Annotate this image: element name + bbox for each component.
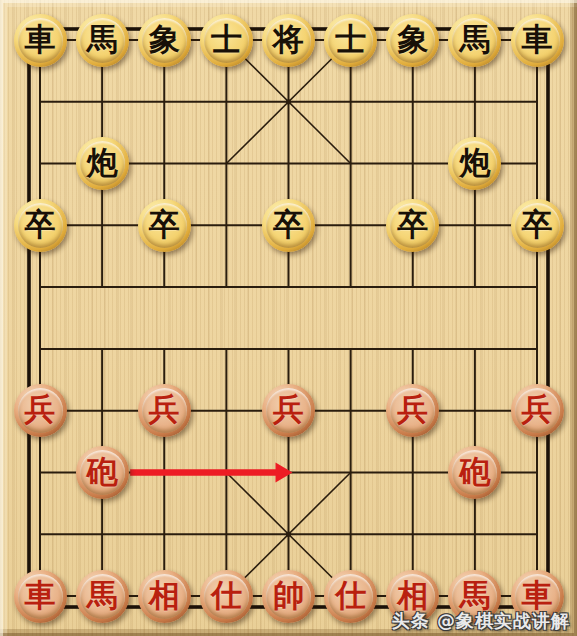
piece-character: 卒 (273, 209, 304, 240)
piece-character: 炮 (459, 147, 490, 178)
piece-character: 象 (397, 24, 428, 55)
piece-black-chariot[interactable]: 車 (511, 14, 564, 67)
piece-character: 帥 (273, 580, 304, 611)
xiangqi-board: 車馬象士将士象馬車炮炮卒卒卒卒卒兵兵兵兵兵砲砲車馬相仕帥仕相馬車 头条 @象棋实… (0, 0, 577, 636)
piece-character: 砲 (459, 456, 490, 487)
piece-face: 兵 (142, 388, 187, 433)
piece-character: 仕 (335, 580, 366, 611)
piece-black-horse[interactable]: 馬 (76, 14, 129, 67)
piece-black-soldier[interactable]: 卒 (262, 199, 315, 252)
piece-character: 炮 (87, 147, 118, 178)
piece-face: 仕 (328, 574, 373, 619)
piece-face: 仕 (204, 574, 249, 619)
piece-character: 兵 (522, 394, 553, 425)
piece-face: 車 (18, 574, 63, 619)
piece-character: 卒 (149, 209, 180, 240)
piece-red-elephant[interactable]: 相 (138, 570, 191, 623)
piece-face: 兵 (390, 388, 435, 433)
piece-face: 馬 (80, 18, 125, 63)
move-arrow (130, 462, 292, 482)
piece-red-soldier[interactable]: 兵 (511, 384, 564, 437)
piece-red-cannon[interactable]: 砲 (448, 446, 501, 499)
piece-character: 馬 (87, 580, 118, 611)
piece-red-horse[interactable]: 馬 (76, 570, 129, 623)
piece-character: 兵 (397, 394, 428, 425)
piece-character: 象 (149, 24, 180, 55)
piece-face: 卒 (18, 203, 63, 248)
piece-character: 車 (25, 580, 56, 611)
piece-red-chariot[interactable]: 車 (14, 570, 67, 623)
piece-red-soldier[interactable]: 兵 (138, 384, 191, 437)
piece-character: 相 (397, 580, 428, 611)
piece-character: 兵 (273, 394, 304, 425)
piece-face: 卒 (390, 203, 435, 248)
piece-black-advisor[interactable]: 士 (200, 14, 253, 67)
piece-red-general[interactable]: 帥 (262, 570, 315, 623)
piece-face: 象 (142, 18, 187, 63)
move-arrow-head (276, 462, 293, 482)
piece-face: 士 (328, 18, 373, 63)
board-grid (0, 0, 577, 636)
piece-black-general[interactable]: 将 (262, 14, 315, 67)
piece-black-advisor[interactable]: 士 (324, 14, 377, 67)
piece-character: 卒 (397, 209, 428, 240)
piece-face: 炮 (452, 141, 497, 186)
piece-face: 卒 (142, 203, 187, 248)
piece-black-cannon[interactable]: 炮 (76, 137, 129, 190)
piece-black-chariot[interactable]: 車 (14, 14, 67, 67)
piece-character: 士 (335, 24, 366, 55)
piece-character: 馬 (459, 24, 490, 55)
piece-face: 象 (390, 18, 435, 63)
piece-face: 兵 (266, 388, 311, 433)
piece-red-soldier[interactable]: 兵 (262, 384, 315, 437)
piece-red-cannon[interactable]: 砲 (76, 446, 129, 499)
piece-black-elephant[interactable]: 象 (138, 14, 191, 67)
piece-black-soldier[interactable]: 卒 (14, 199, 67, 252)
piece-red-advisor[interactable]: 仕 (324, 570, 377, 623)
piece-character: 卒 (25, 209, 56, 240)
piece-character: 将 (273, 24, 304, 55)
piece-character: 兵 (149, 394, 180, 425)
piece-character: 砲 (87, 456, 118, 487)
piece-face: 兵 (515, 388, 560, 433)
piece-face: 士 (204, 18, 249, 63)
piece-face: 砲 (452, 450, 497, 495)
piece-character: 馬 (87, 24, 118, 55)
piece-face: 炮 (80, 141, 125, 186)
piece-face: 車 (515, 18, 560, 63)
piece-face: 兵 (18, 388, 63, 433)
piece-character: 馬 (459, 580, 490, 611)
piece-character: 兵 (25, 394, 56, 425)
piece-character: 士 (211, 24, 242, 55)
piece-character: 車 (522, 24, 553, 55)
piece-character: 車 (522, 580, 553, 611)
piece-red-advisor[interactable]: 仕 (200, 570, 253, 623)
piece-face: 卒 (515, 203, 560, 248)
piece-character: 仕 (211, 580, 242, 611)
piece-character: 卒 (522, 209, 553, 240)
piece-face: 将 (266, 18, 311, 63)
piece-red-soldier[interactable]: 兵 (14, 384, 67, 437)
piece-face: 砲 (80, 450, 125, 495)
watermark: 头条 @象棋实战讲解 (392, 609, 570, 633)
piece-face: 卒 (266, 203, 311, 248)
piece-black-elephant[interactable]: 象 (386, 14, 439, 67)
piece-black-soldier[interactable]: 卒 (386, 199, 439, 252)
piece-character: 車 (25, 24, 56, 55)
piece-face: 車 (18, 18, 63, 63)
piece-black-soldier[interactable]: 卒 (138, 199, 191, 252)
piece-character: 相 (149, 580, 180, 611)
piece-black-horse[interactable]: 馬 (448, 14, 501, 67)
piece-face: 馬 (80, 574, 125, 619)
piece-face: 馬 (452, 18, 497, 63)
piece-face: 相 (142, 574, 187, 619)
piece-face: 帥 (266, 574, 311, 619)
piece-black-soldier[interactable]: 卒 (511, 199, 564, 252)
